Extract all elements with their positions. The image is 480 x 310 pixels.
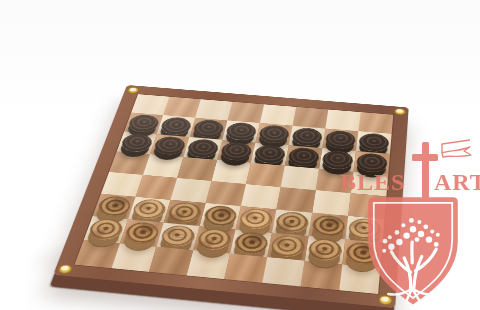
checker-glyph: ⛂ bbox=[228, 146, 244, 157]
board-square[interactable]: ⛂ bbox=[251, 143, 289, 166]
checker-piece-dark[interactable]: ⛂ bbox=[126, 114, 161, 133]
checker-piece-light[interactable]: ⛀ bbox=[196, 228, 234, 252]
board-square[interactable] bbox=[301, 261, 343, 291]
board-square[interactable]: ⛂ bbox=[222, 120, 260, 142]
board-square[interactable] bbox=[206, 181, 246, 206]
checker-piece-dark[interactable]: ⛂ bbox=[225, 122, 258, 142]
brand-word-right: ART bbox=[434, 169, 480, 196]
board-square[interactable] bbox=[276, 187, 315, 213]
board-square[interactable] bbox=[224, 254, 267, 283]
checker-glyph: ⛂ bbox=[162, 140, 179, 151]
board-square[interactable]: ⛂ bbox=[255, 123, 292, 145]
checker-piece-light[interactable]: ⛀ bbox=[123, 221, 162, 245]
checker-glyph: ⛀ bbox=[284, 216, 301, 229]
checker-piece-light[interactable]: ⛀ bbox=[238, 208, 274, 231]
checker-piece-light[interactable]: ⛀ bbox=[159, 224, 197, 248]
checker-glyph: ⛂ bbox=[136, 118, 152, 128]
checker-glyph: ⛀ bbox=[242, 236, 259, 249]
checker-glyph: ⛂ bbox=[296, 151, 312, 162]
checker-piece-dark[interactable]: ⛂ bbox=[258, 124, 291, 144]
checker-piece-dark[interactable]: ⛂ bbox=[186, 138, 220, 158]
board-square[interactable]: ⛀ bbox=[236, 206, 277, 233]
board-square[interactable] bbox=[262, 257, 304, 286]
checker-glyph: ⛀ bbox=[206, 233, 224, 246]
checker-piece-light[interactable]: ⛀ bbox=[274, 211, 310, 235]
board-square[interactable]: ⛀ bbox=[272, 209, 312, 236]
brand-word-left: BLES bbox=[340, 169, 405, 196]
board-square[interactable]: ⛂ bbox=[285, 145, 322, 168]
board-square[interactable] bbox=[281, 166, 319, 190]
board-square[interactable] bbox=[246, 163, 285, 187]
brand-watermark: BLES ART bbox=[338, 138, 480, 310]
board-square[interactable]: ⛀ bbox=[267, 233, 308, 261]
checker-glyph: ⛀ bbox=[169, 230, 187, 243]
board-square[interactable] bbox=[358, 112, 393, 134]
checker-piece-light[interactable]: ⛀ bbox=[86, 218, 125, 242]
board-square[interactable] bbox=[177, 157, 217, 181]
board-square[interactable]: ⛀ bbox=[200, 203, 241, 229]
checker-glyph: ⛂ bbox=[233, 126, 249, 137]
checker-piece-light[interactable]: ⛀ bbox=[131, 198, 169, 221]
checker-piece-dark[interactable]: ⛂ bbox=[119, 133, 154, 153]
checker-glyph: ⛂ bbox=[168, 121, 184, 131]
checker-glyph: ⛀ bbox=[280, 240, 297, 253]
board-square[interactable]: ⛂ bbox=[289, 126, 326, 148]
checker-piece-dark[interactable]: ⛂ bbox=[159, 116, 193, 135]
board-square[interactable]: ⛀ bbox=[164, 200, 206, 226]
board-square[interactable]: ⛂ bbox=[217, 140, 255, 163]
checker-glyph: ⛀ bbox=[212, 210, 229, 223]
checker-piece-light[interactable]: ⛀ bbox=[166, 201, 203, 224]
board-square[interactable]: ⛂ bbox=[189, 118, 227, 140]
checker-piece-light[interactable]: ⛀ bbox=[270, 234, 307, 259]
checker-glyph: ⛀ bbox=[105, 200, 123, 212]
checker-glyph: ⛂ bbox=[201, 123, 217, 133]
checker-glyph: ⛂ bbox=[129, 137, 146, 148]
checker-glyph: ⛂ bbox=[300, 131, 315, 142]
board-square[interactable]: ⛀ bbox=[230, 229, 272, 257]
checker-glyph: ⛀ bbox=[317, 243, 334, 256]
brand-text: BLES ART bbox=[338, 138, 480, 198]
board-square[interactable] bbox=[171, 178, 212, 203]
board-square[interactable] bbox=[149, 247, 193, 276]
board-square[interactable] bbox=[186, 250, 230, 279]
board-square[interactable]: ⛂ bbox=[183, 137, 222, 160]
brand-shield bbox=[361, 194, 465, 310]
checker-glyph: ⛂ bbox=[195, 143, 211, 154]
checker-piece-dark[interactable]: ⛂ bbox=[287, 147, 320, 168]
board-square[interactable] bbox=[211, 160, 250, 184]
checker-glyph: ⛀ bbox=[133, 226, 151, 239]
checker-glyph: ⛂ bbox=[266, 129, 281, 140]
checker-piece-dark[interactable]: ⛂ bbox=[291, 127, 323, 147]
corner-inlay-top-right bbox=[394, 108, 406, 115]
product-photo: ⛂⛂⛂⛂⛂⛂⛂⛂⛂⛂⛂⛂⛂⛂⛂⛂⛀⛀⛀⛀⛀⛀⛀⛀⛀⛀⛀⛀⛀⛀⛀⛀ BLES AR… bbox=[0, 0, 480, 310]
checker-piece-light[interactable]: ⛀ bbox=[95, 195, 133, 218]
board-square[interactable]: ⛀ bbox=[193, 226, 235, 254]
checker-glyph: ⛀ bbox=[97, 223, 116, 236]
board-square[interactable]: ⛀ bbox=[156, 223, 199, 250]
checker-piece-light[interactable]: ⛀ bbox=[233, 231, 270, 256]
checker-glyph: ⛀ bbox=[141, 203, 159, 215]
checker-piece-dark[interactable]: ⛂ bbox=[192, 119, 226, 138]
corner-inlay-bottom-left bbox=[57, 264, 73, 274]
checker-piece-dark[interactable]: ⛂ bbox=[219, 141, 253, 161]
checker-glyph: ⛂ bbox=[262, 148, 278, 159]
board-square[interactable] bbox=[241, 184, 281, 209]
checker-piece-dark[interactable]: ⛂ bbox=[152, 135, 187, 155]
checker-glyph: ⛀ bbox=[176, 207, 194, 219]
checker-glyph: ⛀ bbox=[320, 219, 336, 232]
checker-piece-dark[interactable]: ⛂ bbox=[253, 144, 287, 165]
checker-glyph: ⛀ bbox=[248, 213, 265, 226]
checker-piece-light[interactable]: ⛀ bbox=[202, 204, 239, 227]
corner-inlay-top-left bbox=[127, 87, 140, 94]
pennant-icon bbox=[440, 138, 474, 158]
